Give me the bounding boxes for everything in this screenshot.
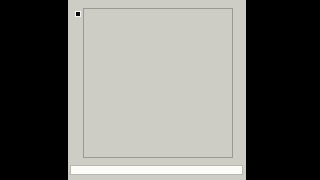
knight-marker-icon [232, 77, 242, 87]
players-line [68, 159, 246, 164]
board-panel [68, 0, 246, 180]
game-info-box [70, 165, 243, 176]
chess-board [83, 8, 233, 158]
file-labels-top [83, 1, 231, 6]
video-frame[interactable] [0, 0, 320, 180]
black-to-move-indicator [75, 11, 81, 17]
